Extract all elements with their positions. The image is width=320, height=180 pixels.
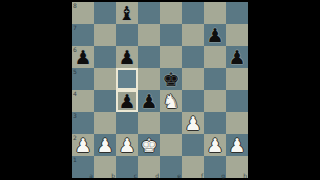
square-f3[interactable]: ♟ bbox=[182, 112, 204, 134]
square-a7[interactable]: 7 bbox=[72, 24, 94, 46]
piece-white-knight[interactable]: ♞ bbox=[160, 90, 182, 112]
piece-white-pawn[interactable]: ♟ bbox=[204, 134, 226, 156]
square-f8[interactable] bbox=[182, 2, 204, 24]
square-e6[interactable] bbox=[160, 46, 182, 68]
square-b5[interactable] bbox=[94, 68, 116, 90]
file-label-a: a bbox=[89, 172, 93, 179]
square-e5[interactable]: ♚ bbox=[160, 68, 182, 90]
square-g5[interactable] bbox=[204, 68, 226, 90]
square-e1[interactable]: e bbox=[160, 156, 182, 178]
square-g6[interactable] bbox=[204, 46, 226, 68]
square-d2[interactable]: ♚ bbox=[138, 134, 160, 156]
square-d8[interactable] bbox=[138, 2, 160, 24]
square-h2[interactable]: ♟ bbox=[226, 134, 248, 156]
square-h8[interactable] bbox=[226, 2, 248, 24]
rank-label-7: 7 bbox=[73, 24, 77, 31]
square-c2[interactable]: ♟ bbox=[116, 134, 138, 156]
square-g1[interactable]: g bbox=[204, 156, 226, 178]
square-g7[interactable]: ♟ bbox=[204, 24, 226, 46]
square-a4[interactable]: 4 bbox=[72, 90, 94, 112]
square-f4[interactable] bbox=[182, 90, 204, 112]
piece-black-pawn[interactable]: ♟ bbox=[116, 90, 138, 112]
square-h1[interactable]: h bbox=[226, 156, 248, 178]
square-g8[interactable] bbox=[204, 2, 226, 24]
chess-board: 8♝7♟6♟♟♟5♚4♟♟♞3♟2♟♟♟♚♟♟1abcdefgh bbox=[72, 2, 248, 178]
square-e2[interactable] bbox=[160, 134, 182, 156]
square-a6[interactable]: 6♟ bbox=[72, 46, 94, 68]
piece-white-pawn[interactable]: ♟ bbox=[182, 112, 204, 134]
piece-white-pawn[interactable]: ♟ bbox=[116, 134, 138, 156]
square-d3[interactable] bbox=[138, 112, 160, 134]
square-b3[interactable] bbox=[94, 112, 116, 134]
square-d5[interactable] bbox=[138, 68, 160, 90]
square-e4[interactable]: ♞ bbox=[160, 90, 182, 112]
square-c1[interactable]: c bbox=[116, 156, 138, 178]
file-label-d: d bbox=[155, 172, 159, 179]
rank-label-1: 1 bbox=[73, 156, 77, 163]
file-label-e: e bbox=[177, 172, 181, 179]
square-d7[interactable] bbox=[138, 24, 160, 46]
rank-label-5: 5 bbox=[73, 68, 77, 75]
square-f2[interactable] bbox=[182, 134, 204, 156]
file-label-h: h bbox=[243, 172, 247, 179]
file-label-f: f bbox=[201, 172, 203, 179]
piece-white-pawn[interactable]: ♟ bbox=[94, 134, 116, 156]
square-e8[interactable] bbox=[160, 2, 182, 24]
square-b4[interactable] bbox=[94, 90, 116, 112]
square-h4[interactable] bbox=[226, 90, 248, 112]
square-c7[interactable] bbox=[116, 24, 138, 46]
square-b6[interactable] bbox=[94, 46, 116, 68]
piece-white-pawn[interactable]: ♟ bbox=[226, 134, 248, 156]
square-f6[interactable] bbox=[182, 46, 204, 68]
square-d4[interactable]: ♟ bbox=[138, 90, 160, 112]
square-f5[interactable] bbox=[182, 68, 204, 90]
square-d1[interactable]: d bbox=[138, 156, 160, 178]
piece-black-pawn[interactable]: ♟ bbox=[138, 90, 160, 112]
rank-label-3: 3 bbox=[73, 112, 77, 119]
square-f1[interactable]: f bbox=[182, 156, 204, 178]
square-c3[interactable] bbox=[116, 112, 138, 134]
square-a5[interactable]: 5 bbox=[72, 68, 94, 90]
square-c4[interactable]: ♟ bbox=[116, 90, 138, 112]
square-a3[interactable]: 3 bbox=[72, 112, 94, 134]
square-b2[interactable]: ♟ bbox=[94, 134, 116, 156]
piece-black-pawn[interactable]: ♟ bbox=[226, 46, 248, 68]
piece-black-king[interactable]: ♚ bbox=[160, 68, 182, 90]
rank-label-8: 8 bbox=[73, 2, 77, 9]
square-b1[interactable]: b bbox=[94, 156, 116, 178]
piece-black-pawn[interactable]: ♟ bbox=[72, 46, 94, 68]
piece-black-pawn[interactable]: ♟ bbox=[116, 46, 138, 68]
square-e7[interactable] bbox=[160, 24, 182, 46]
square-d6[interactable] bbox=[138, 46, 160, 68]
square-a1[interactable]: 1a bbox=[72, 156, 94, 178]
square-h5[interactable] bbox=[226, 68, 248, 90]
square-c8[interactable]: ♝ bbox=[116, 2, 138, 24]
piece-white-king[interactable]: ♚ bbox=[138, 134, 160, 156]
square-f7[interactable] bbox=[182, 24, 204, 46]
square-e3[interactable] bbox=[160, 112, 182, 134]
piece-black-pawn[interactable]: ♟ bbox=[204, 24, 226, 46]
file-label-g: g bbox=[221, 172, 225, 179]
square-c5[interactable] bbox=[116, 68, 138, 90]
square-b8[interactable] bbox=[94, 2, 116, 24]
square-c6[interactable]: ♟ bbox=[116, 46, 138, 68]
piece-black-bishop[interactable]: ♝ bbox=[116, 2, 138, 24]
file-label-c: c bbox=[134, 172, 137, 179]
square-g2[interactable]: ♟ bbox=[204, 134, 226, 156]
piece-white-pawn[interactable]: ♟ bbox=[72, 134, 94, 156]
square-g4[interactable] bbox=[204, 90, 226, 112]
square-h6[interactable]: ♟ bbox=[226, 46, 248, 68]
square-h3[interactable] bbox=[226, 112, 248, 134]
square-b7[interactable] bbox=[94, 24, 116, 46]
square-a2[interactable]: 2♟ bbox=[72, 134, 94, 156]
square-h7[interactable] bbox=[226, 24, 248, 46]
square-a8[interactable]: 8 bbox=[72, 2, 94, 24]
square-g3[interactable] bbox=[204, 112, 226, 134]
rank-label-4: 4 bbox=[73, 90, 77, 97]
file-label-b: b bbox=[111, 172, 115, 179]
